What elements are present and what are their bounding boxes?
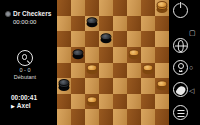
orange-man[interactable]	[87, 96, 98, 106]
lightbulb-icon	[178, 63, 184, 69]
black-king[interactable]	[59, 79, 70, 91]
square-r1c5[interactable]	[127, 16, 141, 32]
square-r3c7[interactable]	[155, 47, 169, 63]
square-r6c2[interactable]	[85, 94, 99, 110]
square-r2c0[interactable]	[57, 31, 71, 47]
square-r4c2[interactable]	[85, 63, 99, 79]
square-r4c6[interactable]	[141, 63, 155, 79]
info-panel: Dr Checkers 00:00:00 0 - 0 Débutant 00:0…	[0, 0, 57, 125]
square-r4c3[interactable]	[99, 63, 113, 79]
turn-indicator-icon: ▶	[11, 103, 15, 109]
magnifier-lens	[22, 54, 28, 60]
square-r3c2[interactable]	[85, 47, 99, 63]
square-r1c2[interactable]	[85, 16, 99, 32]
black-man[interactable]	[73, 49, 84, 59]
hamburger-menu-icon	[177, 116, 184, 117]
square-r3c4[interactable]	[113, 47, 127, 63]
square-r0c5[interactable]	[127, 0, 141, 16]
home-button[interactable]: ○	[189, 64, 193, 71]
square-r0c2[interactable]	[85, 0, 99, 16]
square-r6c0[interactable]	[57, 94, 71, 110]
square-r3c6[interactable]	[141, 47, 155, 63]
orange-man[interactable]	[143, 65, 154, 75]
square-r2c7[interactable]	[155, 31, 169, 47]
magnifier-handle	[26, 60, 30, 64]
power-button[interactable]	[173, 3, 188, 18]
opponent-clock: 00:00:00	[13, 19, 36, 25]
square-r4c1[interactable]	[71, 63, 85, 79]
square-r7c0[interactable]	[57, 109, 71, 125]
orange-man[interactable]	[87, 65, 98, 75]
checkers-board[interactable]	[57, 0, 169, 125]
square-r0c7[interactable]	[155, 0, 169, 16]
player-clock: 00:00:41	[11, 94, 37, 101]
opponent-piece-icon	[5, 11, 11, 17]
square-r7c1[interactable]	[71, 109, 85, 125]
square-r5c6[interactable]	[141, 78, 155, 94]
square-r0c3[interactable]	[99, 0, 113, 16]
difficulty-level: Débutant	[0, 74, 50, 80]
square-r2c1[interactable]	[71, 31, 85, 47]
back-button[interactable]: ◁	[189, 87, 194, 94]
square-r2c6[interactable]	[141, 31, 155, 47]
square-r6c1[interactable]	[71, 94, 85, 110]
square-r5c3[interactable]	[99, 78, 113, 94]
orange-man[interactable]	[157, 80, 168, 90]
square-r5c0[interactable]	[57, 78, 71, 94]
square-r6c7[interactable]	[155, 94, 169, 110]
globe-button[interactable]	[173, 38, 188, 53]
square-r4c5[interactable]	[127, 63, 141, 79]
square-r5c4[interactable]	[113, 78, 127, 94]
square-r6c5[interactable]	[127, 94, 141, 110]
square-r1c4[interactable]	[113, 16, 127, 32]
square-r2c3[interactable]	[99, 31, 113, 47]
square-r6c3[interactable]	[99, 94, 113, 110]
square-r7c2[interactable]	[85, 109, 99, 125]
black-man[interactable]	[87, 18, 98, 28]
globe-icon-line	[175, 45, 187, 46]
square-r7c7[interactable]	[155, 109, 169, 125]
hand-icon	[175, 84, 186, 96]
square-r1c1[interactable]	[71, 16, 85, 32]
square-r4c0[interactable]	[57, 63, 71, 79]
menu-button[interactable]	[173, 105, 188, 120]
hamburger-menu-icon	[177, 113, 184, 114]
orange-king[interactable]	[157, 1, 168, 13]
square-r0c1[interactable]	[71, 0, 85, 16]
square-r5c5[interactable]	[127, 78, 141, 94]
square-r7c6[interactable]	[141, 109, 155, 125]
square-r6c4[interactable]	[113, 94, 127, 110]
player-name: Axel	[17, 102, 31, 109]
square-r2c5[interactable]	[127, 31, 141, 47]
player-row: ▶ Axel	[11, 102, 31, 109]
square-r3c1[interactable]	[71, 47, 85, 63]
hint-button[interactable]	[173, 60, 188, 75]
square-r0c0[interactable]	[57, 0, 71, 16]
square-r1c3[interactable]	[99, 16, 113, 32]
square-r3c0[interactable]	[57, 47, 71, 63]
magnifier-icon[interactable]	[17, 50, 33, 66]
square-r0c4[interactable]	[113, 0, 127, 16]
square-r2c2[interactable]	[85, 31, 99, 47]
power-icon	[180, 2, 182, 8]
square-r7c5[interactable]	[127, 109, 141, 125]
square-r6c6[interactable]	[141, 94, 155, 110]
recents-button[interactable]: ▢	[189, 29, 196, 36]
square-r2c4[interactable]	[113, 31, 127, 47]
dr-checkers-app: Dr Checkers 00:00:00 0 - 0 Débutant 00:0…	[0, 0, 200, 125]
square-r4c7[interactable]	[155, 63, 169, 79]
square-r3c5[interactable]	[127, 47, 141, 63]
square-r4c4[interactable]	[113, 63, 127, 79]
square-r5c1[interactable]	[71, 78, 85, 94]
square-r1c0[interactable]	[57, 16, 71, 32]
square-r7c4[interactable]	[113, 109, 127, 125]
orange-man[interactable]	[129, 49, 140, 59]
square-r1c7[interactable]	[155, 16, 169, 32]
hamburger-menu-icon	[177, 110, 184, 111]
button-panel: ▢ ○ ◁	[169, 0, 200, 125]
square-r7c3[interactable]	[99, 109, 113, 125]
opponent-name: Dr Checkers	[13, 10, 51, 17]
match-score: 0 - 0	[0, 67, 50, 73]
square-r0c6[interactable]	[141, 0, 155, 16]
black-man[interactable]	[101, 33, 112, 43]
square-r3c3[interactable]	[99, 47, 113, 63]
hand-button[interactable]	[173, 82, 188, 97]
square-r1c6[interactable]	[141, 16, 155, 32]
opponent-row: Dr Checkers	[5, 10, 51, 17]
lightbulb-base	[179, 70, 183, 73]
square-r5c2[interactable]	[85, 78, 99, 94]
square-r5c7[interactable]	[155, 78, 169, 94]
